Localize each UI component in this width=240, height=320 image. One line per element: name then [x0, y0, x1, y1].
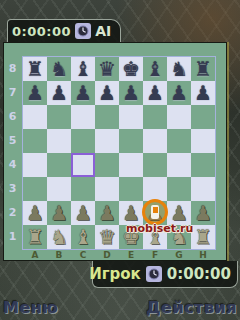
square-f5[interactable] — [143, 129, 167, 153]
square-c4[interactable] — [71, 153, 95, 177]
square-e5[interactable] — [119, 129, 143, 153]
ai-clock-tab: 0:00:00 AI — [7, 19, 121, 42]
square-h2[interactable]: ♟ — [191, 201, 215, 225]
ai-time: 0:00:00 — [12, 24, 71, 39]
square-a6[interactable] — [23, 105, 47, 129]
square-d8[interactable]: ♛ — [95, 57, 119, 81]
player-time: 0:00:00 — [167, 265, 231, 283]
black-pawn-b7: ♟ — [50, 81, 68, 105]
square-a3[interactable] — [23, 177, 47, 201]
black-king-e8: ♚ — [122, 57, 140, 81]
square-a2[interactable]: ♟ — [23, 201, 47, 225]
square-e8[interactable]: ♚ — [119, 57, 143, 81]
square-h5[interactable] — [191, 129, 215, 153]
square-c1[interactable]: ♝ — [71, 225, 95, 249]
square-g5[interactable] — [167, 129, 191, 153]
square-b7[interactable]: ♟ — [47, 81, 71, 105]
black-knight-g8: ♞ — [170, 57, 188, 81]
square-f3[interactable] — [143, 177, 167, 201]
rank-label-8: 8 — [4, 57, 21, 81]
square-a8[interactable]: ♜ — [23, 57, 47, 81]
square-b3[interactable] — [47, 177, 71, 201]
square-d7[interactable]: ♟ — [95, 81, 119, 105]
square-d5[interactable] — [95, 129, 119, 153]
square-g3[interactable] — [167, 177, 191, 201]
white-queen-d1: ♛ — [98, 225, 116, 249]
square-g8[interactable]: ♞ — [167, 57, 191, 81]
file-label-a: A — [23, 249, 47, 262]
player-clock-tab: Игрок 0:00:00 — [92, 261, 238, 288]
square-e3[interactable] — [119, 177, 143, 201]
square-c3[interactable] — [71, 177, 95, 201]
square-d6[interactable] — [95, 105, 119, 129]
black-pawn-e7: ♟ — [122, 81, 140, 105]
square-h8[interactable]: ♜ — [191, 57, 215, 81]
square-c5[interactable] — [71, 129, 95, 153]
square-a4[interactable] — [23, 153, 47, 177]
square-h1[interactable]: ♜ — [191, 225, 215, 249]
phone-screen: 0:00:00 AI ♜♞♝♛♚♝♞♜♟♟♟♟♟♟♟♟♟♟♟♟♟♟♟♟♜♞♝♛♚… — [0, 0, 240, 320]
square-a5[interactable] — [23, 129, 47, 153]
square-b6[interactable] — [47, 105, 71, 129]
black-rook-h8: ♜ — [194, 57, 212, 81]
black-rook-a8: ♜ — [26, 57, 44, 81]
square-f4[interactable] — [143, 153, 167, 177]
black-pawn-f7: ♟ — [146, 81, 164, 105]
black-bishop-f8: ♝ — [146, 57, 164, 81]
square-g6[interactable] — [167, 105, 191, 129]
square-e7[interactable]: ♟ — [119, 81, 143, 105]
square-f6[interactable] — [143, 105, 167, 129]
black-pawn-h7: ♟ — [194, 81, 212, 105]
square-f7[interactable]: ♟ — [143, 81, 167, 105]
square-e6[interactable] — [119, 105, 143, 129]
square-b5[interactable] — [47, 129, 71, 153]
white-bishop-c1: ♝ — [74, 225, 92, 249]
black-knight-b8: ♞ — [50, 57, 68, 81]
white-pawn-c2: ♟ — [74, 201, 92, 225]
chess-board: ♜♞♝♛♚♝♞♜♟♟♟♟♟♟♟♟♟♟♟♟♟♟♟♟♜♞♝♛♚♝♞♜ 8765432… — [3, 42, 227, 261]
menu-softkey[interactable]: Меню — [3, 298, 58, 317]
white-pawn-d2: ♟ — [98, 201, 116, 225]
rank-label-7: 7 — [4, 81, 21, 105]
watermark-text: mobiset.ru — [126, 222, 193, 235]
black-queen-d8: ♛ — [98, 57, 116, 81]
rank-label-1: 1 — [4, 225, 21, 249]
square-d1[interactable]: ♛ — [95, 225, 119, 249]
square-b1[interactable]: ♞ — [47, 225, 71, 249]
rank-label-5: 5 — [4, 129, 21, 153]
square-b4[interactable] — [47, 153, 71, 177]
square-d4[interactable] — [95, 153, 119, 177]
black-bishop-c8: ♝ — [74, 57, 92, 81]
square-a7[interactable]: ♟ — [23, 81, 47, 105]
square-d2[interactable]: ♟ — [95, 201, 119, 225]
square-b2[interactable]: ♟ — [47, 201, 71, 225]
board-grid: ♜♞♝♛♚♝♞♜♟♟♟♟♟♟♟♟♟♟♟♟♟♟♟♟♜♞♝♛♚♝♞♜ — [22, 56, 216, 250]
white-pawn-b2: ♟ — [50, 201, 68, 225]
ai-player-label: AI — [95, 23, 111, 39]
square-g7[interactable]: ♟ — [167, 81, 191, 105]
black-pawn-g7: ♟ — [170, 81, 188, 105]
player-clock-icon — [146, 266, 162, 282]
square-g4[interactable] — [167, 153, 191, 177]
square-c2[interactable]: ♟ — [71, 201, 95, 225]
rank-label-6: 6 — [4, 105, 21, 129]
black-pawn-a7: ♟ — [26, 81, 44, 105]
player-label: Игрок — [89, 265, 141, 283]
square-a1[interactable]: ♜ — [23, 225, 47, 249]
square-d3[interactable] — [95, 177, 119, 201]
black-pawn-d7: ♟ — [98, 81, 116, 105]
rank-label-2: 2 — [4, 201, 21, 225]
clock-icon — [75, 23, 91, 39]
white-rook-h1: ♜ — [194, 225, 212, 249]
black-pawn-c7: ♟ — [74, 81, 92, 105]
rank-label-3: 3 — [4, 177, 21, 201]
actions-softkey[interactable]: Действия — [146, 298, 237, 317]
square-e4[interactable] — [119, 153, 143, 177]
square-h6[interactable] — [191, 105, 215, 129]
white-pawn-h2: ♟ — [194, 201, 212, 225]
white-knight-b1: ♞ — [50, 225, 68, 249]
square-h7[interactable]: ♟ — [191, 81, 215, 105]
square-c6[interactable] — [71, 105, 95, 129]
square-f8[interactable]: ♝ — [143, 57, 167, 81]
white-pawn-a2: ♟ — [26, 201, 44, 225]
square-b8[interactable]: ♞ — [47, 57, 71, 81]
square-c7[interactable]: ♟ — [71, 81, 95, 105]
rank-label-4: 4 — [4, 153, 21, 177]
file-label-b: B — [47, 249, 71, 262]
phone-icon — [151, 205, 159, 219]
white-rook-a1: ♜ — [26, 225, 44, 249]
square-c8[interactable]: ♝ — [71, 57, 95, 81]
square-h3[interactable] — [191, 177, 215, 201]
square-h4[interactable] — [191, 153, 215, 177]
